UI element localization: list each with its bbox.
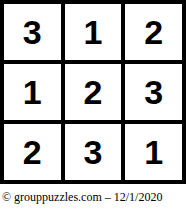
cell-r3c1: 2	[4, 124, 61, 180]
cell-r2c2: 2	[65, 64, 122, 120]
cell-r1c1: 3	[4, 4, 61, 60]
puzzle-board: 3 1 2 1 2 3 2 3 1	[0, 0, 186, 184]
cell-r3c2: 3	[65, 124, 122, 180]
cell-r2c1: 1	[4, 64, 61, 120]
copyright-credit: © grouppuzzles.com – 12/1/2020	[2, 189, 162, 205]
cell-r1c3: 2	[125, 4, 182, 60]
cell-r1c2: 1	[65, 4, 122, 60]
cell-r3c3: 1	[125, 124, 182, 180]
cell-r2c3: 3	[125, 64, 182, 120]
